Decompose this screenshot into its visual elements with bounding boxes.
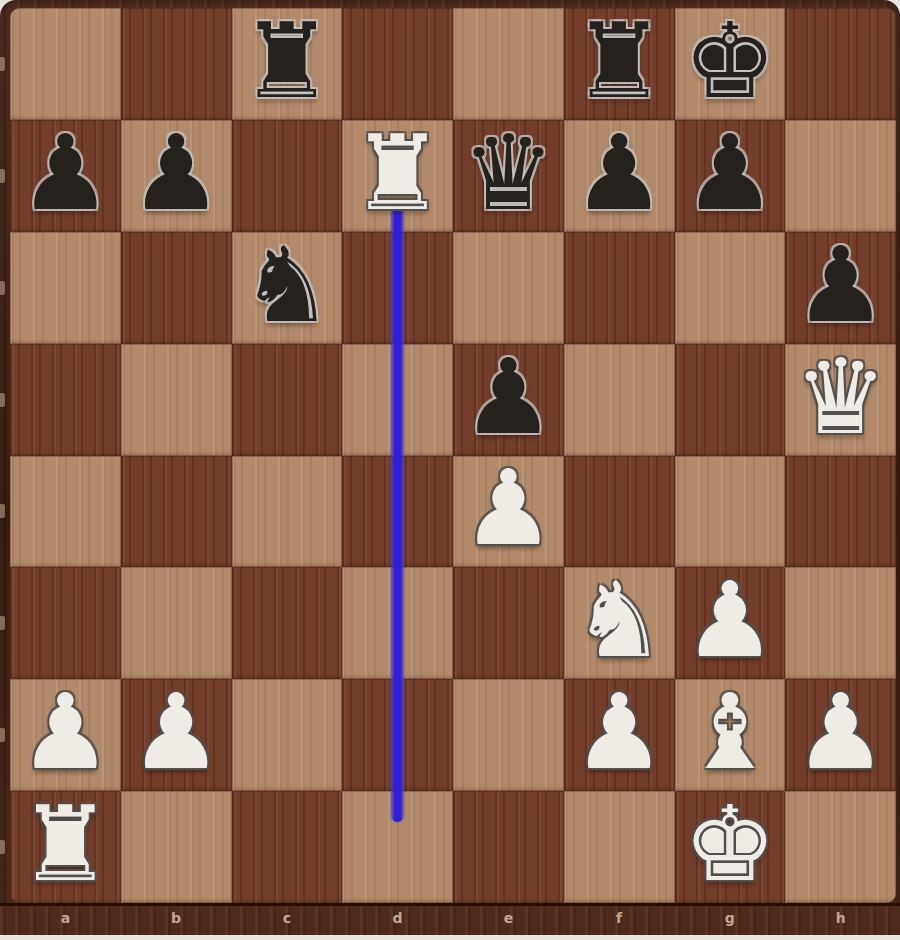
square-f1[interactable] (564, 791, 675, 903)
square-g8[interactable]: ♚ (675, 8, 786, 120)
file-label-a: a (53, 910, 77, 926)
square-h7[interactable] (785, 120, 896, 232)
piece-black-queen-e7[interactable]: ♛ (462, 121, 555, 225)
rank-mark-2 (0, 728, 5, 742)
rank-mark-7 (0, 169, 5, 183)
move-line-d-file (391, 200, 404, 822)
square-e3[interactable] (453, 567, 564, 679)
square-h6[interactable]: ♟ (785, 232, 896, 344)
piece-black-pawn-a7[interactable]: ♟ (19, 121, 112, 225)
square-h4[interactable] (785, 456, 896, 568)
file-label-d: d (386, 910, 410, 926)
piece-white-pawn-f2[interactable]: ♟ (573, 680, 666, 784)
square-g3[interactable]: ♟ (675, 567, 786, 679)
square-b4[interactable] (121, 456, 232, 568)
square-c1[interactable] (232, 791, 343, 903)
piece-white-king-g1[interactable]: ♚ (683, 792, 776, 896)
piece-black-rook-f8[interactable]: ♜ (573, 9, 666, 113)
square-f5[interactable] (564, 344, 675, 456)
page-background-strip (0, 935, 900, 940)
piece-white-knight-f3[interactable]: ♞ (573, 568, 666, 672)
square-a7[interactable]: ♟ (10, 120, 121, 232)
piece-black-knight-c6[interactable]: ♞ (240, 233, 333, 337)
square-d7[interactable]: ♜ (342, 120, 453, 232)
file-label-h: h (829, 910, 853, 926)
piece-white-pawn-b2[interactable]: ♟ (130, 680, 223, 784)
square-h1[interactable] (785, 791, 896, 903)
square-b7[interactable]: ♟ (121, 120, 232, 232)
square-b2[interactable]: ♟ (121, 679, 232, 791)
square-g1[interactable]: ♚ (675, 791, 786, 903)
piece-black-pawn-e5[interactable]: ♟ (462, 345, 555, 449)
square-a4[interactable] (10, 456, 121, 568)
square-c5[interactable] (232, 344, 343, 456)
square-c4[interactable] (232, 456, 343, 568)
square-c6[interactable]: ♞ (232, 232, 343, 344)
file-label-c: c (275, 910, 299, 926)
square-f4[interactable] (564, 456, 675, 568)
square-f6[interactable] (564, 232, 675, 344)
square-h3[interactable] (785, 567, 896, 679)
file-label-g: g (718, 910, 742, 926)
square-a8[interactable] (10, 8, 121, 120)
piece-white-rook-a1[interactable]: ♜ (19, 792, 112, 896)
square-e4[interactable]: ♟ (453, 456, 564, 568)
square-c3[interactable] (232, 567, 343, 679)
square-g7[interactable]: ♟ (675, 120, 786, 232)
piece-black-pawn-h6[interactable]: ♟ (794, 233, 887, 337)
square-b5[interactable] (121, 344, 232, 456)
square-b3[interactable] (121, 567, 232, 679)
piece-white-pawn-e4[interactable]: ♟ (462, 456, 555, 560)
piece-black-pawn-f7[interactable]: ♟ (573, 121, 666, 225)
piece-white-pawn-a2[interactable]: ♟ (19, 680, 112, 784)
file-label-strip: abcdefgh (0, 903, 900, 935)
file-label-e: e (496, 910, 520, 926)
piece-white-queen-h5[interactable]: ♛ (794, 345, 887, 449)
square-a3[interactable] (10, 567, 121, 679)
square-g4[interactable] (675, 456, 786, 568)
square-d8[interactable] (342, 8, 453, 120)
rank-mark-1 (0, 840, 5, 854)
square-a6[interactable] (10, 232, 121, 344)
piece-white-bishop-g2[interactable]: ♝ (683, 680, 776, 784)
rank-mark-6 (0, 281, 5, 295)
square-f8[interactable]: ♜ (564, 8, 675, 120)
piece-black-king-g8[interactable]: ♚ (683, 9, 776, 113)
piece-white-pawn-h2[interactable]: ♟ (794, 680, 887, 784)
rank-mark-5 (0, 393, 5, 407)
rank-mark-3 (0, 616, 5, 630)
board-grid: ♜♜♚♟♟♜♛♟♟♞♟♟♛♟♞♟♟♟♟♝♟♜♚ (10, 8, 896, 903)
square-b6[interactable] (121, 232, 232, 344)
file-label-f: f (607, 910, 631, 926)
piece-black-rook-c8[interactable]: ♜ (240, 9, 333, 113)
square-e6[interactable] (453, 232, 564, 344)
chess-board-screenshot: ♜♜♚♟♟♜♛♟♟♞♟♟♛♟♞♟♟♟♟♝♟♜♚ abcdefgh (0, 0, 900, 940)
square-f3[interactable]: ♞ (564, 567, 675, 679)
square-e7[interactable]: ♛ (453, 120, 564, 232)
piece-black-pawn-b7[interactable]: ♟ (130, 121, 223, 225)
rank-mark-4 (0, 504, 5, 518)
square-h5[interactable]: ♛ (785, 344, 896, 456)
square-h2[interactable]: ♟ (785, 679, 896, 791)
file-label-b: b (164, 910, 188, 926)
square-a2[interactable]: ♟ (10, 679, 121, 791)
square-c8[interactable]: ♜ (232, 8, 343, 120)
square-e8[interactable] (453, 8, 564, 120)
square-c2[interactable] (232, 679, 343, 791)
piece-black-pawn-g7[interactable]: ♟ (683, 121, 776, 225)
rank-mark-8 (0, 57, 5, 71)
square-g2[interactable]: ♝ (675, 679, 786, 791)
square-e2[interactable] (453, 679, 564, 791)
square-a1[interactable]: ♜ (10, 791, 121, 903)
square-c7[interactable] (232, 120, 343, 232)
square-f2[interactable]: ♟ (564, 679, 675, 791)
square-f7[interactable]: ♟ (564, 120, 675, 232)
square-b1[interactable] (121, 791, 232, 903)
square-h8[interactable] (785, 8, 896, 120)
square-g5[interactable] (675, 344, 786, 456)
square-e5[interactable]: ♟ (453, 344, 564, 456)
piece-white-pawn-g3[interactable]: ♟ (683, 568, 776, 672)
square-a5[interactable] (10, 344, 121, 456)
piece-white-rook-d7[interactable]: ♜ (351, 121, 444, 225)
square-b8[interactable] (121, 8, 232, 120)
square-e1[interactable] (453, 791, 564, 903)
square-g6[interactable] (675, 232, 786, 344)
